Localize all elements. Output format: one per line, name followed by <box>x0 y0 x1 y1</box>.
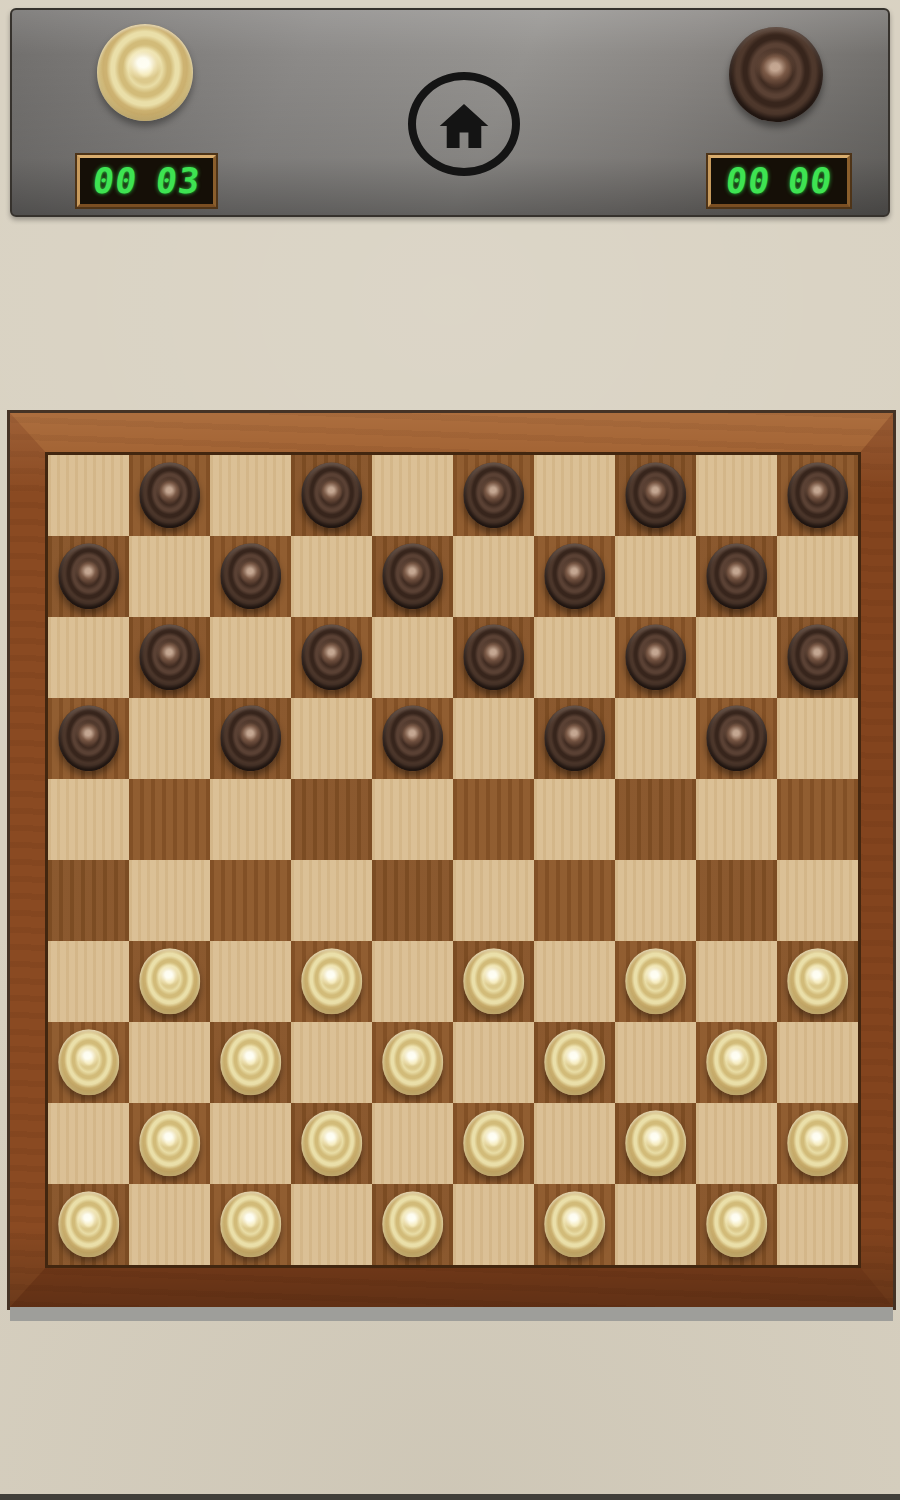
square-i6[interactable] <box>696 779 777 860</box>
square-h9[interactable] <box>615 536 696 617</box>
square-c10[interactable] <box>210 455 291 536</box>
light-man[interactable] <box>220 1029 282 1095</box>
light-man[interactable] <box>706 1191 768 1257</box>
square-a3[interactable] <box>48 1022 129 1103</box>
light-checker-icon <box>97 24 193 121</box>
square-e1[interactable] <box>372 1184 453 1265</box>
light-man[interactable] <box>706 1029 768 1095</box>
dark-man[interactable] <box>58 543 120 609</box>
light-man[interactable] <box>463 948 525 1014</box>
square-h1[interactable] <box>615 1184 696 1265</box>
dark-man[interactable] <box>625 462 687 528</box>
square-a6[interactable] <box>48 779 129 860</box>
light-man[interactable] <box>544 1029 606 1095</box>
square-b9[interactable] <box>129 536 210 617</box>
square-a5[interactable] <box>48 860 129 941</box>
home-icon <box>435 98 493 154</box>
dark-man[interactable] <box>706 543 768 609</box>
square-f10[interactable] <box>453 455 534 536</box>
square-i3[interactable] <box>696 1022 777 1103</box>
light-man[interactable] <box>382 1191 444 1257</box>
square-g7[interactable] <box>534 698 615 779</box>
top-panel: 00 03 00 00 <box>10 8 890 217</box>
left-clock-seconds: 03 <box>153 164 201 199</box>
light-man[interactable] <box>139 1110 201 1176</box>
board-grid <box>48 455 858 1265</box>
dark-man[interactable] <box>301 624 363 690</box>
square-d2[interactable] <box>291 1103 372 1184</box>
square-e6[interactable] <box>372 779 453 860</box>
square-h5[interactable] <box>615 860 696 941</box>
square-g4[interactable] <box>534 941 615 1022</box>
light-man[interactable] <box>58 1191 120 1257</box>
square-d8[interactable] <box>291 617 372 698</box>
dark-man[interactable] <box>58 705 120 771</box>
square-i7[interactable] <box>696 698 777 779</box>
square-b8[interactable] <box>129 617 210 698</box>
board-shadow <box>10 1307 893 1321</box>
square-c1[interactable] <box>210 1184 291 1265</box>
square-j10[interactable] <box>777 455 858 536</box>
dark-man[interactable] <box>382 543 444 609</box>
dark-man[interactable] <box>463 462 525 528</box>
light-man[interactable] <box>787 1110 849 1176</box>
square-c8[interactable] <box>210 617 291 698</box>
square-d5[interactable] <box>291 860 372 941</box>
square-f8[interactable] <box>453 617 534 698</box>
square-f6[interactable] <box>453 779 534 860</box>
square-j3[interactable] <box>777 1022 858 1103</box>
left-clock-minutes: 00 <box>91 164 139 199</box>
square-h2[interactable] <box>615 1103 696 1184</box>
light-man[interactable] <box>382 1029 444 1095</box>
light-man[interactable] <box>625 948 687 1014</box>
square-d1[interactable] <box>291 1184 372 1265</box>
square-g1[interactable] <box>534 1184 615 1265</box>
left-player-clock: 00 03 <box>77 155 216 207</box>
square-j4[interactable] <box>777 941 858 1022</box>
square-f2[interactable] <box>453 1103 534 1184</box>
dark-man[interactable] <box>382 705 444 771</box>
square-e8[interactable] <box>372 617 453 698</box>
square-d3[interactable] <box>291 1022 372 1103</box>
square-b1[interactable] <box>129 1184 210 1265</box>
square-h7[interactable] <box>615 698 696 779</box>
square-h6[interactable] <box>615 779 696 860</box>
checkers-board <box>10 413 893 1307</box>
square-b3[interactable] <box>129 1022 210 1103</box>
square-j5[interactable] <box>777 860 858 941</box>
right-player-clock: 00 00 <box>708 155 850 207</box>
square-i2[interactable] <box>696 1103 777 1184</box>
light-man[interactable] <box>220 1191 282 1257</box>
square-j7[interactable] <box>777 698 858 779</box>
square-i1[interactable] <box>696 1184 777 1265</box>
square-f3[interactable] <box>453 1022 534 1103</box>
square-g9[interactable] <box>534 536 615 617</box>
square-d10[interactable] <box>291 455 372 536</box>
square-b5[interactable] <box>129 860 210 941</box>
dark-man[interactable] <box>544 705 606 771</box>
square-g6[interactable] <box>534 779 615 860</box>
light-man[interactable] <box>463 1110 525 1176</box>
square-c5[interactable] <box>210 860 291 941</box>
square-j6[interactable] <box>777 779 858 860</box>
light-man[interactable] <box>139 948 201 1014</box>
square-a2[interactable] <box>48 1103 129 1184</box>
dark-man[interactable] <box>787 462 849 528</box>
square-e7[interactable] <box>372 698 453 779</box>
square-a4[interactable] <box>48 941 129 1022</box>
light-man[interactable] <box>301 948 363 1014</box>
square-j2[interactable] <box>777 1103 858 1184</box>
square-g5[interactable] <box>534 860 615 941</box>
square-e10[interactable] <box>372 455 453 536</box>
square-a9[interactable] <box>48 536 129 617</box>
square-e5[interactable] <box>372 860 453 941</box>
light-man[interactable] <box>625 1110 687 1176</box>
dark-checker-icon <box>729 27 823 122</box>
square-f9[interactable] <box>453 536 534 617</box>
square-a8[interactable] <box>48 617 129 698</box>
square-e4[interactable] <box>372 941 453 1022</box>
square-c2[interactable] <box>210 1103 291 1184</box>
square-j9[interactable] <box>777 536 858 617</box>
square-i10[interactable] <box>696 455 777 536</box>
checkers-app: 00 03 00 00 <box>0 0 900 1500</box>
dark-man[interactable] <box>544 543 606 609</box>
right-clock-seconds: 00 <box>786 164 834 199</box>
square-h10[interactable] <box>615 455 696 536</box>
dark-man[interactable] <box>787 624 849 690</box>
dark-man[interactable] <box>139 624 201 690</box>
dark-man[interactable] <box>625 624 687 690</box>
square-c6[interactable] <box>210 779 291 860</box>
square-b7[interactable] <box>129 698 210 779</box>
square-d7[interactable] <box>291 698 372 779</box>
light-man[interactable] <box>58 1029 120 1095</box>
dark-man[interactable] <box>706 705 768 771</box>
square-h8[interactable] <box>615 617 696 698</box>
square-a10[interactable] <box>48 455 129 536</box>
square-j1[interactable] <box>777 1184 858 1265</box>
square-f1[interactable] <box>453 1184 534 1265</box>
dark-man[interactable] <box>220 543 282 609</box>
square-a7[interactable] <box>48 698 129 779</box>
square-c7[interactable] <box>210 698 291 779</box>
square-b6[interactable] <box>129 779 210 860</box>
square-i9[interactable] <box>696 536 777 617</box>
light-man[interactable] <box>787 948 849 1014</box>
square-d9[interactable] <box>291 536 372 617</box>
square-g3[interactable] <box>534 1022 615 1103</box>
bottom-edge <box>0 1494 900 1500</box>
square-e9[interactable] <box>372 536 453 617</box>
square-g2[interactable] <box>534 1103 615 1184</box>
right-clock-minutes: 00 <box>724 164 772 199</box>
square-b10[interactable] <box>129 455 210 536</box>
square-a1[interactable] <box>48 1184 129 1265</box>
square-f5[interactable] <box>453 860 534 941</box>
square-f4[interactable] <box>453 941 534 1022</box>
square-g10[interactable] <box>534 455 615 536</box>
square-g8[interactable] <box>534 617 615 698</box>
square-b2[interactable] <box>129 1103 210 1184</box>
square-c9[interactable] <box>210 536 291 617</box>
dark-man[interactable] <box>463 624 525 690</box>
light-man[interactable] <box>544 1191 606 1257</box>
square-i4[interactable] <box>696 941 777 1022</box>
square-e2[interactable] <box>372 1103 453 1184</box>
square-d4[interactable] <box>291 941 372 1022</box>
square-d6[interactable] <box>291 779 372 860</box>
square-h4[interactable] <box>615 941 696 1022</box>
square-e3[interactable] <box>372 1022 453 1103</box>
square-h3[interactable] <box>615 1022 696 1103</box>
square-f7[interactable] <box>453 698 534 779</box>
square-i5[interactable] <box>696 860 777 941</box>
square-j8[interactable] <box>777 617 858 698</box>
square-i8[interactable] <box>696 617 777 698</box>
dark-man[interactable] <box>220 705 282 771</box>
square-b4[interactable] <box>129 941 210 1022</box>
home-button[interactable] <box>408 72 520 176</box>
light-man[interactable] <box>301 1110 363 1176</box>
square-c3[interactable] <box>210 1022 291 1103</box>
square-c4[interactable] <box>210 941 291 1022</box>
dark-man[interactable] <box>139 462 201 528</box>
dark-man[interactable] <box>301 462 363 528</box>
